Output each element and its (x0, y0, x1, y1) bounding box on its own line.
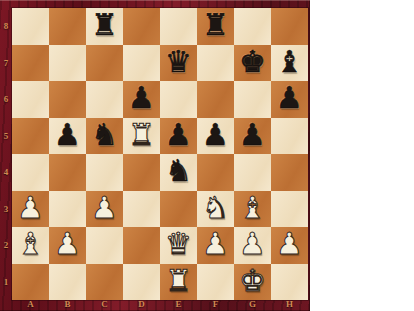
piece-white-bishop: ♝ (239, 193, 266, 223)
square-d3[interactable] (123, 191, 160, 228)
square-c4[interactable] (86, 154, 123, 191)
square-f6[interactable] (197, 81, 234, 118)
square-g1[interactable]: ♚ (234, 264, 271, 301)
square-b8[interactable] (49, 8, 86, 45)
square-g4[interactable] (234, 154, 271, 191)
square-a6[interactable] (12, 81, 49, 118)
square-f3[interactable]: ♞ (197, 191, 234, 228)
square-e6[interactable] (160, 81, 197, 118)
square-h8[interactable] (271, 8, 308, 45)
rank-label-4: 4 (0, 154, 12, 191)
chess-board: ♜♜♛♚♝♟♟♟♞♜♟♟♟♞♟♟♞♝♝♟♛♟♟♟♜♚ (12, 8, 308, 300)
piece-black-pawn: ♟ (239, 120, 266, 150)
square-h6[interactable]: ♟ (271, 81, 308, 118)
square-c1[interactable] (86, 264, 123, 301)
square-d7[interactable] (123, 45, 160, 82)
square-b1[interactable] (49, 264, 86, 301)
square-e7[interactable]: ♛ (160, 45, 197, 82)
square-f4[interactable] (197, 154, 234, 191)
square-c6[interactable] (86, 81, 123, 118)
square-a4[interactable] (12, 154, 49, 191)
square-g3[interactable]: ♝ (234, 191, 271, 228)
rank-label-2: 2 (0, 227, 12, 264)
rank-label-1: 1 (0, 264, 12, 301)
square-a1[interactable] (12, 264, 49, 301)
page-background: ♜♜♛♚♝♟♟♟♞♜♟♟♟♞♟♟♞♝♝♟♛♟♟♟♜♚ 87654321ABCDE… (0, 0, 414, 311)
square-g5[interactable]: ♟ (234, 118, 271, 155)
square-e8[interactable] (160, 8, 197, 45)
square-f1[interactable] (197, 264, 234, 301)
file-label-b: B (49, 299, 86, 311)
square-a3[interactable]: ♟ (12, 191, 49, 228)
square-g7[interactable]: ♚ (234, 45, 271, 82)
piece-black-pawn: ♟ (54, 120, 81, 150)
square-h4[interactable] (271, 154, 308, 191)
square-d5[interactable]: ♜ (123, 118, 160, 155)
square-d2[interactable] (123, 227, 160, 264)
square-c7[interactable] (86, 45, 123, 82)
square-c8[interactable]: ♜ (86, 8, 123, 45)
piece-white-rook: ♜ (165, 266, 192, 296)
square-c5[interactable]: ♞ (86, 118, 123, 155)
square-c2[interactable] (86, 227, 123, 264)
piece-black-rook: ♜ (202, 10, 229, 40)
piece-black-queen: ♛ (165, 47, 192, 77)
piece-white-rook: ♜ (128, 120, 155, 150)
piece-black-bishop: ♝ (276, 47, 303, 77)
piece-white-pawn: ♟ (239, 229, 266, 259)
square-e5[interactable]: ♟ (160, 118, 197, 155)
piece-white-bishop: ♝ (17, 229, 44, 259)
rank-label-3: 3 (0, 191, 12, 228)
square-f2[interactable]: ♟ (197, 227, 234, 264)
piece-white-knight: ♞ (202, 193, 229, 223)
square-f8[interactable]: ♜ (197, 8, 234, 45)
file-label-g: G (234, 299, 271, 311)
piece-black-pawn: ♟ (165, 120, 192, 150)
square-c3[interactable]: ♟ (86, 191, 123, 228)
square-g8[interactable] (234, 8, 271, 45)
piece-white-pawn: ♟ (202, 229, 229, 259)
square-d4[interactable] (123, 154, 160, 191)
square-g6[interactable] (234, 81, 271, 118)
square-h3[interactable] (271, 191, 308, 228)
piece-white-pawn: ♟ (276, 229, 303, 259)
file-label-f: F (197, 299, 234, 311)
square-e1[interactable]: ♜ (160, 264, 197, 301)
piece-black-knight: ♞ (165, 156, 192, 186)
square-b7[interactable] (49, 45, 86, 82)
rank-label-8: 8 (0, 8, 12, 45)
square-a8[interactable] (12, 8, 49, 45)
piece-black-pawn: ♟ (202, 120, 229, 150)
piece-white-pawn: ♟ (91, 193, 118, 223)
square-e4[interactable]: ♞ (160, 154, 197, 191)
square-d1[interactable] (123, 264, 160, 301)
piece-white-king: ♚ (239, 266, 266, 296)
square-h5[interactable] (271, 118, 308, 155)
square-h7[interactable]: ♝ (271, 45, 308, 82)
file-label-a: A (12, 299, 49, 311)
file-label-h: H (271, 299, 308, 311)
square-h2[interactable]: ♟ (271, 227, 308, 264)
square-f5[interactable]: ♟ (197, 118, 234, 155)
square-b6[interactable] (49, 81, 86, 118)
piece-black-pawn: ♟ (128, 83, 155, 113)
square-e2[interactable]: ♛ (160, 227, 197, 264)
square-b4[interactable] (49, 154, 86, 191)
square-b3[interactable] (49, 191, 86, 228)
square-d6[interactable]: ♟ (123, 81, 160, 118)
file-label-e: E (160, 299, 197, 311)
chess-board-frame: ♜♜♛♚♝♟♟♟♞♜♟♟♟♞♟♟♞♝♝♟♛♟♟♟♜♚ 87654321ABCDE… (0, 0, 310, 311)
piece-white-queen: ♛ (165, 229, 192, 259)
piece-black-pawn: ♟ (276, 83, 303, 113)
square-b5[interactable]: ♟ (49, 118, 86, 155)
square-a2[interactable]: ♝ (12, 227, 49, 264)
square-e3[interactable] (160, 191, 197, 228)
square-f7[interactable] (197, 45, 234, 82)
square-d8[interactable] (123, 8, 160, 45)
square-a5[interactable] (12, 118, 49, 155)
piece-black-knight: ♞ (91, 120, 118, 150)
piece-black-rook: ♜ (91, 10, 118, 40)
rank-label-5: 5 (0, 118, 12, 155)
piece-white-pawn: ♟ (54, 229, 81, 259)
square-g2[interactable]: ♟ (234, 227, 271, 264)
file-label-d: D (123, 299, 160, 311)
square-a7[interactable] (12, 45, 49, 82)
piece-black-king: ♚ (239, 47, 266, 77)
rank-label-7: 7 (0, 45, 12, 82)
file-label-c: C (86, 299, 123, 311)
piece-white-pawn: ♟ (17, 193, 44, 223)
square-b2[interactable]: ♟ (49, 227, 86, 264)
square-h1[interactable] (271, 264, 308, 301)
rank-label-6: 6 (0, 81, 12, 118)
